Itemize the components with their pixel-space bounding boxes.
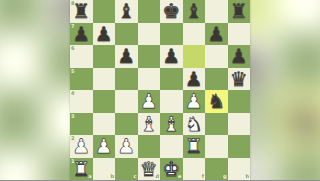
square-g8[interactable] [205,0,228,23]
piece-black-knight-g4[interactable]: ♞ [205,90,228,113]
square-e7[interactable] [160,23,183,46]
square-d4[interactable]: ♟ [138,90,161,113]
square-e4[interactable] [160,90,183,113]
piece-black-king-e8[interactable]: ♚ [160,0,183,23]
square-h6[interactable]: ♟ [228,45,251,68]
square-b5 [0,32,43,90]
file-label-f: f [202,174,204,179]
square-f4[interactable]: ♟ [183,90,206,113]
piece-white-pawn-c2[interactable]: ♟ [115,135,138,158]
square-g4[interactable]: ♞ [205,90,228,113]
square-b5[interactable] [93,68,116,91]
square-g6 [277,0,320,32]
square-a6[interactable]: 6 [70,45,93,68]
piece-white-rook-f2[interactable]: ♜ [183,135,206,158]
square-c2[interactable]: ♟ [115,135,138,158]
rank-label-3: 3 [71,114,74,119]
square-c1[interactable]: c [115,158,138,181]
piece-white-bishop-d3[interactable]: ♝ [138,113,161,136]
square-c3[interactable] [115,113,138,136]
file-label-b: b [110,174,114,179]
square-a8[interactable]: 8♜ [70,0,93,23]
square-b6 [0,0,43,32]
square-e2[interactable] [160,135,183,158]
square-h4[interactable] [228,90,251,113]
square-g3[interactable] [205,113,228,136]
square-f6[interactable] [183,45,206,68]
square-a2[interactable]: 2♟ [70,135,93,158]
piece-white-pawn-b2[interactable]: ♟ [93,135,116,158]
piece-white-king-e1[interactable]: ♚ [160,158,183,181]
square-a5[interactable]: 5 [70,68,93,91]
square-d2[interactable] [138,135,161,158]
piece-white-knight-f3[interactable]: ♞ [183,113,206,136]
square-h7[interactable] [228,23,251,46]
square-c8[interactable]: ♝ [115,0,138,23]
square-d1[interactable]: d♛ [138,158,161,181]
piece-black-queen-h5[interactable]: ♛ [228,68,251,91]
square-h3[interactable] [228,113,251,136]
file-label-g: g [223,174,227,179]
video-frame: ♜♝♚♝♜♟♟♟♟♟♟♟♛♟♟♞♝♝♞♟♟♟♜♜♛♚ 8♜♝♚♝♜7♟♟♟6♟♟… [0,0,320,180]
square-h2[interactable] [228,135,251,158]
square-f8[interactable]: ♝ [183,0,206,23]
square-f1[interactable]: f [183,158,206,181]
chess-board: 8♜♝♚♝♜7♟♟♟6♟♟♟5♟♛4♟♟♞3♝♝♞2♟♟♟♜1a♜bcd♛e♚f… [70,0,250,180]
piece-white-pawn-d4[interactable]: ♟ [138,90,161,113]
square-g5[interactable] [205,68,228,91]
square-f2[interactable]: ♜ [183,135,206,158]
square-c7[interactable] [115,23,138,46]
square-a1[interactable]: 1a♜ [70,158,93,181]
square-d3[interactable]: ♝ [138,113,161,136]
piece-black-bishop-f8[interactable]: ♝ [183,0,206,23]
square-g3 [277,149,320,180]
square-f5[interactable]: ♟ [183,68,206,91]
square-f3[interactable]: ♞ [183,113,206,136]
piece-white-pawn-f4[interactable]: ♟ [183,90,206,113]
square-b7[interactable]: ♟ [93,23,116,46]
square-a7[interactable]: 7♟ [70,23,93,46]
square-e3[interactable]: ♝ [160,113,183,136]
square-b3 [0,149,43,180]
piece-white-bishop-e3[interactable]: ♝ [160,113,183,136]
square-b8[interactable] [93,0,116,23]
square-h8[interactable]: ♜ [228,0,251,23]
square-h1[interactable]: h [228,158,251,181]
square-d5[interactable] [138,68,161,91]
square-f7[interactable] [183,23,206,46]
piece-white-queen-d1[interactable]: ♛ [138,158,161,181]
piece-black-pawn-e6[interactable]: ♟ [160,45,183,68]
file-label-h: h [245,174,249,179]
piece-black-pawn-h6[interactable]: ♟ [228,45,251,68]
piece-black-knight-g4: ♞ [277,90,320,149]
square-a3[interactable]: 3 [70,113,93,136]
square-d7[interactable] [138,23,161,46]
square-b4[interactable] [93,90,116,113]
square-e5[interactable] [160,68,183,91]
square-c6[interactable]: ♟ [115,45,138,68]
square-a4[interactable]: 4 [70,90,93,113]
square-e6[interactable]: ♟ [160,45,183,68]
square-g5 [277,32,320,90]
square-e8[interactable]: ♚ [160,0,183,23]
piece-black-pawn-b7[interactable]: ♟ [93,23,116,46]
piece-black-pawn-a7[interactable]: ♟ [70,23,93,46]
square-g1[interactable]: g [205,158,228,181]
square-g4: ♞ [277,90,320,149]
piece-white-pawn-a2[interactable]: ♟ [70,135,93,158]
square-b1[interactable]: b [93,158,116,181]
square-b3[interactable] [93,113,116,136]
piece-black-rook-h8[interactable]: ♜ [228,0,251,23]
square-b2[interactable]: ♟ [93,135,116,158]
rank-label-5: 5 [71,69,74,74]
square-d8[interactable] [138,0,161,23]
square-g7[interactable]: ♟ [205,23,228,46]
piece-black-rook-a8[interactable]: ♜ [70,0,93,23]
square-b4 [0,90,43,149]
piece-black-pawn-g7[interactable]: ♟ [205,23,228,46]
square-e1[interactable]: e♚ [160,158,183,181]
piece-black-pawn-c6[interactable]: ♟ [115,45,138,68]
square-g2[interactable] [205,135,228,158]
square-b6[interactable] [93,45,116,68]
rank-label-4: 4 [71,91,74,96]
square-c5[interactable] [115,68,138,91]
piece-black-bishop-c8[interactable]: ♝ [115,0,138,23]
piece-white-rook-a1[interactable]: ♜ [70,158,93,181]
piece-black-pawn-f5[interactable]: ♟ [183,68,206,91]
rank-label-6: 6 [71,46,74,51]
square-c4[interactable] [115,90,138,113]
square-g6[interactable] [205,45,228,68]
square-h5[interactable]: ♛ [228,68,251,91]
file-label-c: c [134,174,137,179]
square-d6[interactable] [138,45,161,68]
